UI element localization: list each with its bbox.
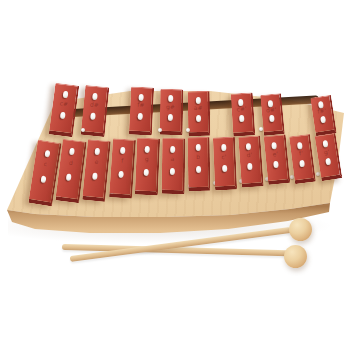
bar-note-label: g' [316,147,336,156]
bar-front-b: b [188,137,211,191]
bar-pin [195,97,200,104]
deck-pin [186,128,190,132]
bar-pin [170,168,175,175]
bar-pin [246,143,251,150]
bar-pin [118,171,123,178]
bar-pin [120,147,125,154]
bar-pin [94,148,100,155]
bar-note-label: b [188,154,208,160]
bar-note-label: f# [131,102,152,109]
bar-pin [247,163,252,170]
bar-pin [145,146,150,153]
bar-pin [273,161,279,168]
bar-back-c-sharp-hi: c#' [231,92,255,136]
bar-back-a-sharp: a# [188,91,211,136]
bar-pin [44,149,50,157]
bar-note-label: a# [188,105,208,111]
bar-back-f-sharp: f# [129,87,154,136]
bar-note-label: c' [214,153,234,160]
bar-pin [297,141,303,149]
bar-note-label: d#' [262,106,282,114]
bar-pin [66,174,72,182]
bar-note-label: d# [84,100,106,108]
bar-pin [325,158,331,166]
bar-pin [240,115,245,122]
bar-pin [168,95,173,102]
mallet-1-head [289,218,312,241]
bar-pin [92,172,98,179]
bar-pin [320,116,326,124]
mallet-2-head [284,245,307,268]
bar-pin [221,144,226,151]
bar-front-c-hi: c' [213,136,237,189]
bar-note-label: d [60,159,82,168]
bar-pin [196,114,201,121]
bar-pin [299,160,305,168]
bar-pin [322,140,328,148]
bar-pin [270,116,276,123]
bar-note-label: d' [239,151,259,158]
bar-note-label: c# [53,99,76,108]
photo-glockenspiel: c#d#f#g#a#c#'d#'f#' cdefgabc'd'e'f'g' [0,0,350,350]
bar-pin [196,166,201,173]
bar-front-d-hi: d' [238,135,263,187]
bar-pin [69,149,75,157]
bar-pin [222,165,227,172]
bar-note-label: e' [265,150,285,158]
bar-back-g-sharp: g# [159,89,182,136]
bar-pin [139,94,144,101]
deck-pin [81,128,85,132]
bar-pin [91,112,97,119]
bar-pin [93,92,99,99]
bar-note-label: c [34,160,57,169]
bar-pin [144,169,149,176]
bar-note-label: f#' [312,107,332,116]
bar-pin [167,114,172,121]
bar-front-f: f [109,138,136,199]
bar-front-a: a [162,138,185,194]
deck-pin [158,128,162,132]
bar-note-label: g# [160,104,181,110]
bar-pin [62,91,68,99]
bar-pin [196,145,201,152]
bar-note-label: e [85,158,107,166]
bar-front-g: g [135,138,160,196]
bar-pin [40,175,46,183]
bar-pin [170,145,175,152]
bar-pin [59,111,65,119]
bar-pin [271,142,277,149]
bar-note-label: f' [291,149,311,157]
bar-note-label: a [162,155,183,161]
bar-pin [138,113,143,120]
bar-note-label: f [111,157,133,164]
bar-front-e-hi: e' [263,134,289,185]
bar-note-label: g [137,156,158,163]
bar-note-label: c#' [232,105,252,112]
